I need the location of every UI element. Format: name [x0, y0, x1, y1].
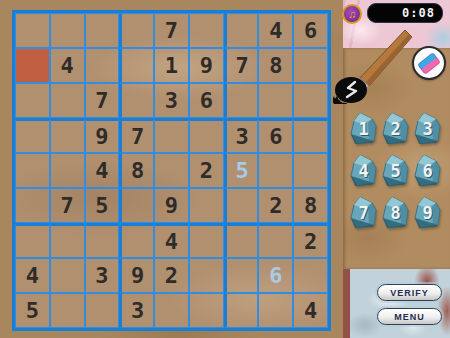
board-cell-r1c1[interactable]: [15, 13, 50, 48]
board-cell-r7c9[interactable]: 2: [293, 223, 328, 258]
board-cell-r5c5[interactable]: [154, 153, 189, 188]
board-cell-r9c2[interactable]: [50, 293, 85, 328]
timer-value: 0:08: [402, 6, 435, 20]
game-screen: 7464197873697364825759284243926534 ♫ 0:0…: [0, 0, 450, 338]
board-cell-r6c5[interactable]: 9: [154, 188, 189, 223]
board-cell-r2c3[interactable]: [85, 48, 120, 83]
board-cell-r9c7[interactable]: [224, 293, 259, 328]
number-button-label: 6: [413, 161, 442, 181]
board-cell-r5c8[interactable]: [258, 153, 293, 188]
board-cell-r4c6[interactable]: [189, 118, 224, 153]
winter-scene-background: [343, 269, 450, 338]
board-cell-r8c7[interactable]: [224, 258, 259, 293]
board-cell-r9c5[interactable]: [154, 293, 189, 328]
number-button-5[interactable]: 5: [381, 154, 410, 189]
board-cell-r8c4[interactable]: 9: [119, 258, 154, 293]
board-cell-r2c7[interactable]: 7: [224, 48, 259, 83]
board-cell-r3c7[interactable]: [224, 83, 259, 118]
board-cell-r3c2[interactable]: [50, 83, 85, 118]
board-cell-r8c8[interactable]: 6: [258, 258, 293, 293]
board-cell-r4c9[interactable]: [293, 118, 328, 153]
music-toggle-button[interactable]: ♫: [342, 4, 362, 24]
menu-button[interactable]: MENU: [377, 308, 442, 325]
board-cell-r2c6[interactable]: 9: [189, 48, 224, 83]
board-cell-r6c9[interactable]: 8: [293, 188, 328, 223]
board-cell-r8c6[interactable]: [189, 258, 224, 293]
board-cell-r3c5[interactable]: 3: [154, 83, 189, 118]
number-button-label: 3: [413, 119, 442, 139]
board-cell-r7c3[interactable]: [85, 223, 120, 258]
number-button-label: 2: [381, 119, 410, 139]
board-cell-r2c4[interactable]: [119, 48, 154, 83]
number-button-label: 1: [349, 119, 378, 139]
board-cell-r3c8[interactable]: [258, 83, 293, 118]
board-cell-r2c9[interactable]: [293, 48, 328, 83]
board-cell-r2c1[interactable]: [15, 48, 50, 83]
number-button-label: 5: [381, 161, 410, 181]
board-cell-r3c6[interactable]: 6: [189, 83, 224, 118]
number-button-label: 8: [381, 203, 410, 223]
board-cell-r4c7[interactable]: 3: [224, 118, 259, 153]
sudoku-board: 7464197873697364825759284243926534: [12, 10, 331, 331]
timer-display: 0:08: [367, 3, 443, 23]
eraser-button[interactable]: [412, 46, 446, 80]
board-cell-r3c1[interactable]: [15, 83, 50, 118]
board-cell-r7c6[interactable]: [189, 223, 224, 258]
board-cell-r1c3[interactable]: [85, 13, 120, 48]
verify-button[interactable]: VERIFY: [377, 284, 442, 301]
board-cell-r7c7[interactable]: [224, 223, 259, 258]
number-button-label: 4: [349, 161, 378, 181]
board-cell-r9c1[interactable]: 5: [15, 293, 50, 328]
board-cell-r4c3[interactable]: 9: [85, 118, 120, 153]
board-cell-r8c5[interactable]: 2: [154, 258, 189, 293]
board-cell-r9c9[interactable]: 4: [293, 293, 328, 328]
board-cell-r1c7[interactable]: [224, 13, 259, 48]
board-cell-r1c6[interactable]: [189, 13, 224, 48]
number-button-7[interactable]: 7: [349, 196, 378, 231]
number-button-label: 7: [349, 203, 378, 223]
board-cell-r2c8[interactable]: 8: [258, 48, 293, 83]
board-cell-r1c4[interactable]: [119, 13, 154, 48]
number-button-2[interactable]: 2: [381, 112, 410, 147]
board-cell-r6c8[interactable]: 2: [258, 188, 293, 223]
number-pad: 123456789: [349, 112, 442, 231]
menu-button-label: MENU: [394, 312, 425, 322]
music-note-icon: ♫: [348, 8, 356, 20]
board-cell-r4c5[interactable]: [154, 118, 189, 153]
number-button-4[interactable]: 4: [349, 154, 378, 189]
board-cell-r8c1[interactable]: 4: [15, 258, 50, 293]
board-cell-r2c2[interactable]: 4: [50, 48, 85, 83]
board-cell-r4c2[interactable]: [50, 118, 85, 153]
board-cell-r5c2[interactable]: [50, 153, 85, 188]
board-cell-r7c5[interactable]: 4: [154, 223, 189, 258]
board-cell-r7c8[interactable]: [258, 223, 293, 258]
board-cell-r9c4[interactable]: 3: [119, 293, 154, 328]
board-cell-r9c8[interactable]: [258, 293, 293, 328]
verify-button-label: VERIFY: [390, 288, 429, 298]
board-cell-r1c5[interactable]: 7: [154, 13, 189, 48]
board-cell-r4c8[interactable]: 6: [258, 118, 293, 153]
board-cell-r6c7[interactable]: [224, 188, 259, 223]
board-cell-r4c1[interactable]: [15, 118, 50, 153]
board-cell-r1c2[interactable]: [50, 13, 85, 48]
number-button-3[interactable]: 3: [413, 112, 442, 147]
board-cell-r6c4[interactable]: [119, 188, 154, 223]
board-cell-r5c3[interactable]: 4: [85, 153, 120, 188]
board-cell-r6c3[interactable]: 5: [85, 188, 120, 223]
board-cell-r6c2[interactable]: 7: [50, 188, 85, 223]
board-cell-r5c9[interactable]: [293, 153, 328, 188]
eraser-icon: [417, 52, 441, 75]
board-cell-r1c9[interactable]: 6: [293, 13, 328, 48]
board-cell-r3c3[interactable]: 7: [85, 83, 120, 118]
board-cell-r6c6[interactable]: [189, 188, 224, 223]
board-cell-r2c5[interactable]: 1: [154, 48, 189, 83]
board-cell-r5c4[interactable]: 8: [119, 153, 154, 188]
board-cell-r7c1[interactable]: [15, 223, 50, 258]
board-cell-r5c1[interactable]: [15, 153, 50, 188]
board-cell-r4c4[interactable]: 7: [119, 118, 154, 153]
board-cell-r6c1[interactable]: [15, 188, 50, 223]
board-cell-r5c6[interactable]: 2: [189, 153, 224, 188]
board-cell-r9c6[interactable]: [189, 293, 224, 328]
number-button-1[interactable]: 1: [349, 112, 378, 147]
board-cell-r8c9[interactable]: [293, 258, 328, 293]
board-cell-r1c8[interactable]: 4: [258, 13, 293, 48]
board-cell-r3c4[interactable]: [119, 83, 154, 118]
board-cell-r7c4[interactable]: [119, 223, 154, 258]
number-button-6[interactable]: 6: [413, 154, 442, 189]
board-cell-r7c2[interactable]: [50, 223, 85, 258]
board-cell-r5c7[interactable]: 5: [224, 153, 259, 188]
board-cell-r8c3[interactable]: 3: [85, 258, 120, 293]
number-button-label: 9: [413, 203, 442, 223]
board-cell-r9c3[interactable]: [85, 293, 120, 328]
number-button-8[interactable]: 8: [381, 196, 410, 231]
board-cell-r8c2[interactable]: [50, 258, 85, 293]
number-button-9[interactable]: 9: [413, 196, 442, 231]
board-cell-r3c9[interactable]: [293, 83, 328, 118]
